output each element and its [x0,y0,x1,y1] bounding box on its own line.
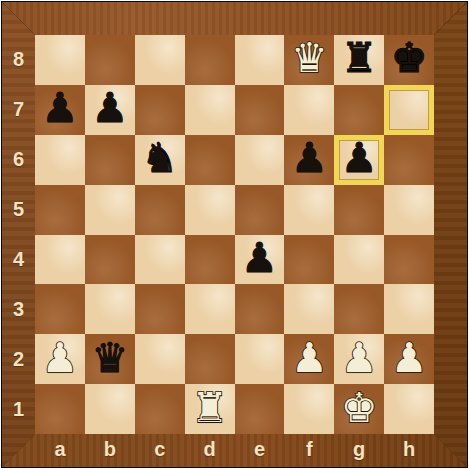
square-b5[interactable] [85,185,135,235]
square-g8[interactable]: ♜ [334,35,384,85]
board-grid: ♛♜♚♟♟♞♟♟♟♟♛♟♟♟♜♚ [35,35,434,434]
piece-black-pawn-f6[interactable]: ♟ [291,138,328,179]
square-d8[interactable] [185,35,235,85]
square-h1[interactable] [384,384,434,434]
square-g4[interactable] [334,235,384,285]
square-d7[interactable] [185,85,235,135]
square-d3[interactable] [185,284,235,334]
square-b4[interactable] [85,235,135,285]
square-g1[interactable]: ♚ [334,384,384,434]
square-f5[interactable] [284,185,334,235]
square-f3[interactable] [284,284,334,334]
square-h7[interactable] [384,85,434,135]
square-b8[interactable] [85,35,135,85]
square-a2[interactable]: ♟ [35,334,85,384]
square-b3[interactable] [85,284,135,334]
piece-white-king-g1[interactable]: ♚ [341,388,378,429]
square-h3[interactable] [384,284,434,334]
piece-white-pawn-h2[interactable]: ♟ [391,338,428,379]
square-a1[interactable] [35,384,85,434]
square-c8[interactable] [135,35,185,85]
piece-white-pawn-f2[interactable]: ♟ [291,338,328,379]
square-e8[interactable] [235,35,285,85]
square-d2[interactable] [185,334,235,384]
square-h8[interactable]: ♚ [384,35,434,85]
square-g6[interactable]: ♟ [334,135,384,185]
square-a5[interactable] [35,185,85,235]
square-c7[interactable] [135,85,185,135]
square-e5[interactable] [235,185,285,235]
square-h4[interactable] [384,235,434,285]
square-c3[interactable] [135,284,185,334]
square-b6[interactable] [85,135,135,185]
square-f7[interactable] [284,85,334,135]
square-f2[interactable]: ♟ [284,334,334,384]
square-c6[interactable]: ♞ [135,135,185,185]
square-d5[interactable] [185,185,235,235]
piece-white-queen-f8[interactable]: ♛ [291,38,328,79]
board-frame-left [2,2,35,467]
square-a4[interactable] [35,235,85,285]
chess-board-widget: ♛♜♚♟♟♞♟♟♟♟♛♟♟♟♜♚ 87654321abcdefgh [0,0,469,469]
piece-black-pawn-e4[interactable]: ♟ [241,238,278,279]
square-e1[interactable] [235,384,285,434]
square-d1[interactable]: ♜ [185,384,235,434]
piece-white-pawn-g2[interactable]: ♟ [341,338,378,379]
square-f4[interactable] [284,235,334,285]
square-f6[interactable]: ♟ [284,135,334,185]
square-a7[interactable]: ♟ [35,85,85,135]
square-c1[interactable] [135,384,185,434]
board-frame-top [2,2,467,35]
square-a8[interactable] [35,35,85,85]
square-c4[interactable] [135,235,185,285]
board-frame-right [434,2,467,467]
square-b7[interactable]: ♟ [85,85,135,135]
square-e4[interactable]: ♟ [235,235,285,285]
square-h6[interactable] [384,135,434,185]
square-c5[interactable] [135,185,185,235]
square-d4[interactable] [185,235,235,285]
piece-black-pawn-g6[interactable]: ♟ [341,138,378,179]
square-g2[interactable]: ♟ [334,334,384,384]
square-g5[interactable] [334,185,384,235]
square-f8[interactable]: ♛ [284,35,334,85]
square-e2[interactable] [235,334,285,384]
piece-black-queen-b2[interactable]: ♛ [91,338,128,379]
square-a6[interactable] [35,135,85,185]
piece-black-knight-c6[interactable]: ♞ [141,138,178,179]
piece-white-rook-d1[interactable]: ♜ [191,388,228,429]
board-frame-bottom [2,434,467,467]
square-e6[interactable] [235,135,285,185]
square-e7[interactable] [235,85,285,135]
square-d6[interactable] [185,135,235,185]
square-e3[interactable] [235,284,285,334]
piece-black-pawn-a7[interactable]: ♟ [42,88,79,129]
square-f1[interactable] [284,384,334,434]
piece-black-rook-g8[interactable]: ♜ [341,38,378,79]
square-a3[interactable] [35,284,85,334]
square-c2[interactable] [135,334,185,384]
piece-black-king-h8[interactable]: ♚ [391,38,428,79]
square-h2[interactable]: ♟ [384,334,434,384]
piece-white-pawn-a2[interactable]: ♟ [42,338,79,379]
square-g3[interactable] [334,284,384,334]
square-b1[interactable] [85,384,135,434]
square-b2[interactable]: ♛ [85,334,135,384]
square-g7[interactable] [334,85,384,135]
piece-black-pawn-b7[interactable]: ♟ [91,88,128,129]
square-h5[interactable] [384,185,434,235]
